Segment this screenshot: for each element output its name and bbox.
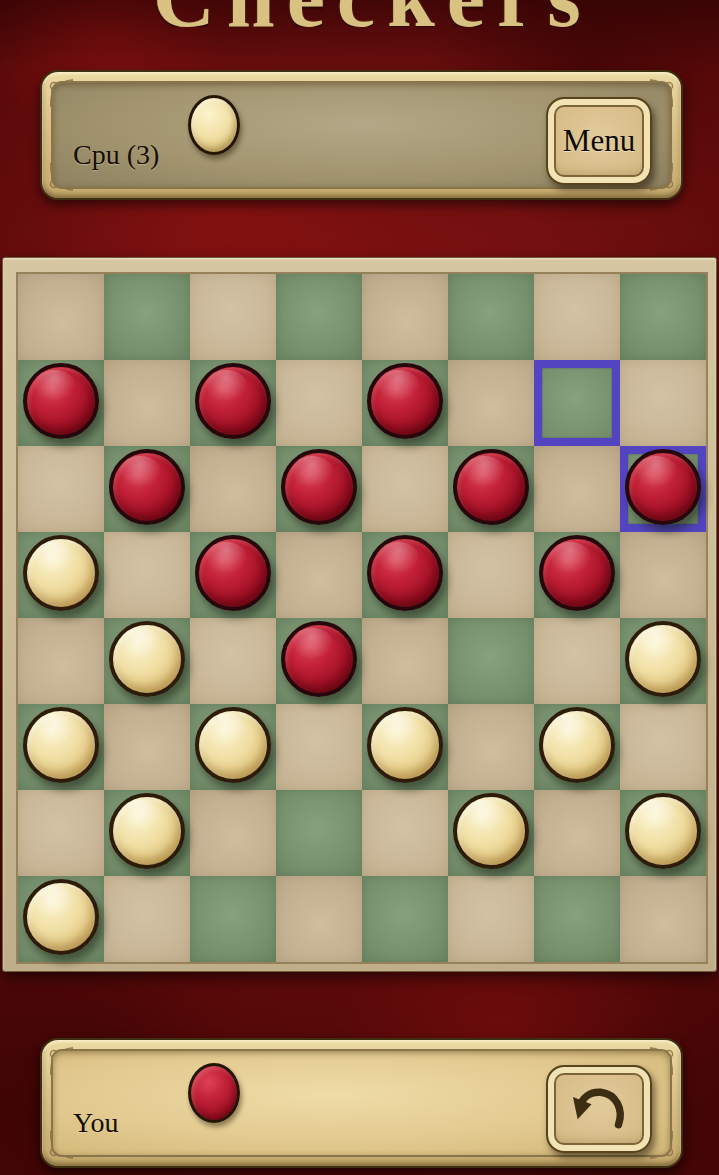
red-checker[interactable] (367, 363, 443, 439)
square-c5[interactable] (190, 532, 276, 618)
square-g6 (534, 446, 620, 532)
red-checker[interactable] (453, 449, 529, 525)
square-c4 (190, 618, 276, 704)
square-e1[interactable] (362, 876, 448, 962)
square-b1 (104, 876, 190, 962)
you-label: You (73, 1107, 118, 1139)
square-h7 (620, 360, 706, 446)
red-checker[interactable] (625, 449, 701, 525)
red-checker[interactable] (281, 449, 357, 525)
menu-button[interactable]: Menu (546, 97, 652, 185)
square-f2[interactable] (448, 790, 534, 876)
cpu-label: Cpu (3) (73, 139, 159, 171)
square-d4[interactable] (276, 618, 362, 704)
square-b4[interactable] (104, 618, 190, 704)
square-d5 (276, 532, 362, 618)
cream-checker[interactable] (367, 707, 443, 783)
square-e5[interactable] (362, 532, 448, 618)
cpu-panel-inner: Cpu (3) Menu (51, 81, 672, 189)
square-b7 (104, 360, 190, 446)
square-g1[interactable] (534, 876, 620, 962)
square-c1[interactable] (190, 876, 276, 962)
square-f1 (448, 876, 534, 962)
square-e7[interactable] (362, 360, 448, 446)
you-panel: You (40, 1038, 683, 1168)
square-g5[interactable] (534, 532, 620, 618)
square-h1 (620, 876, 706, 962)
you-panel-inner: You (51, 1049, 672, 1157)
square-g8 (534, 274, 620, 360)
square-f4[interactable] (448, 618, 534, 704)
undo-icon (570, 1083, 628, 1135)
square-d2[interactable] (276, 790, 362, 876)
square-e4 (362, 618, 448, 704)
square-h6[interactable] (620, 446, 706, 532)
square-d3 (276, 704, 362, 790)
square-f7 (448, 360, 534, 446)
cream-checker[interactable] (539, 707, 615, 783)
square-h2[interactable] (620, 790, 706, 876)
square-c7[interactable] (190, 360, 276, 446)
square-a3[interactable] (18, 704, 104, 790)
checkers-board (3, 258, 716, 971)
square-d6[interactable] (276, 446, 362, 532)
square-h5 (620, 532, 706, 618)
square-b2[interactable] (104, 790, 190, 876)
cpu-piece-icon (188, 95, 240, 155)
square-g7[interactable] (534, 360, 620, 446)
red-checker[interactable] (539, 535, 615, 611)
square-e3[interactable] (362, 704, 448, 790)
square-c2 (190, 790, 276, 876)
square-b6[interactable] (104, 446, 190, 532)
cream-checker[interactable] (453, 793, 529, 869)
title-banner: Checkers (0, 0, 719, 27)
cream-checker[interactable] (109, 793, 185, 869)
square-a4 (18, 618, 104, 704)
square-c6 (190, 446, 276, 532)
cream-checker[interactable] (23, 707, 99, 783)
cream-checker[interactable] (109, 621, 185, 697)
square-b5 (104, 532, 190, 618)
red-checker[interactable] (109, 449, 185, 525)
square-a2 (18, 790, 104, 876)
you-piece-icon (188, 1063, 240, 1123)
square-g4 (534, 618, 620, 704)
square-a6 (18, 446, 104, 532)
cream-checker[interactable] (195, 707, 271, 783)
square-h4[interactable] (620, 618, 706, 704)
square-a7[interactable] (18, 360, 104, 446)
red-checker[interactable] (367, 535, 443, 611)
title-text: Checkers (153, 0, 593, 27)
square-e8 (362, 274, 448, 360)
square-d7 (276, 360, 362, 446)
square-g3[interactable] (534, 704, 620, 790)
square-h3 (620, 704, 706, 790)
cpu-panel: Cpu (3) Menu (40, 70, 683, 200)
undo-button[interactable] (546, 1065, 652, 1153)
board-squares (16, 272, 708, 964)
cream-checker[interactable] (23, 535, 99, 611)
square-b3 (104, 704, 190, 790)
square-e6 (362, 446, 448, 532)
square-a8 (18, 274, 104, 360)
cream-checker[interactable] (625, 793, 701, 869)
square-c8 (190, 274, 276, 360)
square-f6[interactable] (448, 446, 534, 532)
red-checker[interactable] (195, 535, 271, 611)
cream-checker[interactable] (23, 879, 99, 955)
red-checker[interactable] (195, 363, 271, 439)
square-e2 (362, 790, 448, 876)
menu-button-label: Menu (563, 123, 635, 159)
square-d8[interactable] (276, 274, 362, 360)
square-g2 (534, 790, 620, 876)
square-a5[interactable] (18, 532, 104, 618)
square-f3 (448, 704, 534, 790)
red-checker[interactable] (23, 363, 99, 439)
square-a1[interactable] (18, 876, 104, 962)
square-c3[interactable] (190, 704, 276, 790)
square-b8[interactable] (104, 274, 190, 360)
red-checker[interactable] (281, 621, 357, 697)
square-f5 (448, 532, 534, 618)
square-f8[interactable] (448, 274, 534, 360)
square-d1 (276, 876, 362, 962)
cream-checker[interactable] (625, 621, 701, 697)
square-h8[interactable] (620, 274, 706, 360)
